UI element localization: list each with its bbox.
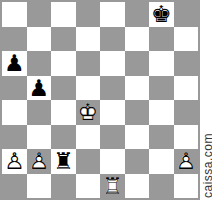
square-a2[interactable]: ♟♙ — [2, 149, 27, 174]
black-rook: ♜ — [51, 149, 76, 174]
square-g3[interactable] — [149, 125, 174, 150]
square-f6[interactable] — [125, 51, 150, 76]
square-e7[interactable] — [100, 27, 125, 52]
white-pawn: ♟♙ — [2, 149, 27, 174]
square-e6[interactable] — [100, 51, 125, 76]
watermark: caissa.com — [201, 133, 212, 198]
square-d8[interactable] — [76, 2, 101, 27]
square-e8[interactable] — [100, 2, 125, 27]
square-b1[interactable] — [27, 174, 52, 199]
square-a6[interactable]: ♟ — [2, 51, 27, 76]
black-pawn: ♟ — [2, 51, 27, 76]
square-f5[interactable] — [125, 76, 150, 101]
square-f2[interactable] — [125, 149, 150, 174]
white-pawn: ♟♙ — [27, 149, 52, 174]
square-f8[interactable] — [125, 2, 150, 27]
square-c7[interactable] — [51, 27, 76, 52]
square-c1[interactable] — [51, 174, 76, 199]
white-rook: ♜♖ — [100, 174, 125, 199]
square-h2[interactable]: ♟♙ — [174, 149, 199, 174]
square-c3[interactable] — [51, 125, 76, 150]
chess-diagram: ♚♟♟♚♔♟♙♟♙♜♟♙♜♖ caissa.com — [0, 0, 212, 200]
square-g1[interactable] — [149, 174, 174, 199]
black-king: ♚ — [149, 2, 174, 27]
square-f1[interactable] — [125, 174, 150, 199]
square-e5[interactable] — [100, 76, 125, 101]
square-f3[interactable] — [125, 125, 150, 150]
black-pawn: ♟ — [27, 76, 52, 101]
square-a7[interactable] — [2, 27, 27, 52]
square-c5[interactable] — [51, 76, 76, 101]
white-pawn: ♟♙ — [174, 149, 199, 174]
square-h1[interactable] — [174, 174, 199, 199]
square-g4[interactable] — [149, 100, 174, 125]
square-h7[interactable] — [174, 27, 199, 52]
square-b6[interactable] — [27, 51, 52, 76]
square-a5[interactable] — [2, 76, 27, 101]
square-g8[interactable]: ♚ — [149, 2, 174, 27]
square-b7[interactable] — [27, 27, 52, 52]
square-g5[interactable] — [149, 76, 174, 101]
square-b8[interactable] — [27, 2, 52, 27]
square-d3[interactable] — [76, 125, 101, 150]
square-e3[interactable] — [100, 125, 125, 150]
square-d7[interactable] — [76, 27, 101, 52]
square-b5[interactable]: ♟ — [27, 76, 52, 101]
square-f4[interactable] — [125, 100, 150, 125]
square-a8[interactable] — [2, 2, 27, 27]
square-d6[interactable] — [76, 51, 101, 76]
square-h4[interactable] — [174, 100, 199, 125]
square-c4[interactable] — [51, 100, 76, 125]
square-b4[interactable] — [27, 100, 52, 125]
square-d2[interactable] — [76, 149, 101, 174]
white-king: ♚♔ — [76, 100, 101, 125]
square-f7[interactable] — [125, 27, 150, 52]
square-d5[interactable] — [76, 76, 101, 101]
square-c8[interactable] — [51, 2, 76, 27]
square-g6[interactable] — [149, 51, 174, 76]
square-e1[interactable]: ♜♖ — [100, 174, 125, 199]
square-h6[interactable] — [174, 51, 199, 76]
square-d1[interactable] — [76, 174, 101, 199]
square-b2[interactable]: ♟♙ — [27, 149, 52, 174]
square-a1[interactable] — [2, 174, 27, 199]
square-d4[interactable]: ♚♔ — [76, 100, 101, 125]
chess-board: ♚♟♟♚♔♟♙♟♙♜♟♙♜♖ — [0, 0, 200, 200]
square-c6[interactable] — [51, 51, 76, 76]
square-g7[interactable] — [149, 27, 174, 52]
square-g2[interactable] — [149, 149, 174, 174]
square-c2[interactable]: ♜ — [51, 149, 76, 174]
square-b3[interactable] — [27, 125, 52, 150]
square-h8[interactable] — [174, 2, 199, 27]
square-e4[interactable] — [100, 100, 125, 125]
square-a4[interactable] — [2, 100, 27, 125]
square-a3[interactable] — [2, 125, 27, 150]
square-h3[interactable] — [174, 125, 199, 150]
square-e2[interactable] — [100, 149, 125, 174]
square-h5[interactable] — [174, 76, 199, 101]
